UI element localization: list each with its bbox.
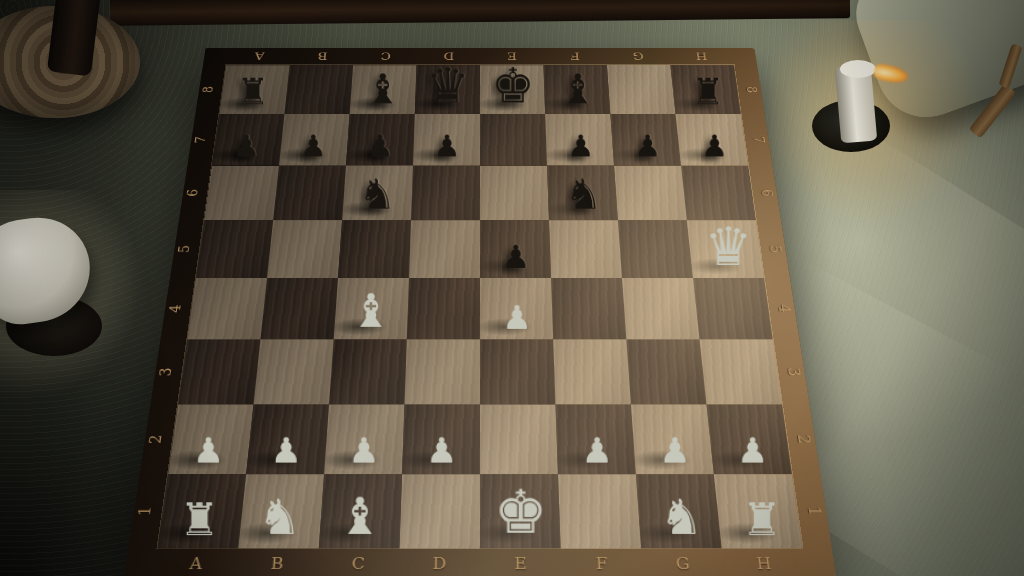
square-h3[interactable] [700, 339, 782, 404]
square-g4[interactable] [622, 278, 700, 339]
square-b8[interactable] [284, 65, 353, 114]
square-f8[interactable]: ♝ [543, 65, 610, 114]
square-a1[interactable]: ♜ [158, 474, 246, 548]
white-pawn-h2[interactable]: ♟ [736, 433, 767, 468]
square-e1[interactable]: ♚ [480, 474, 561, 548]
black-pawn-e5[interactable]: ♟ [501, 241, 530, 273]
square-h7[interactable]: ♟ [676, 114, 749, 166]
file-label-bottom-G: G [675, 554, 690, 574]
black-pawn-f7[interactable]: ♟ [567, 131, 594, 161]
white-pawn-f2[interactable]: ♟ [581, 433, 612, 468]
square-d4[interactable] [407, 278, 480, 339]
black-pawn-c7[interactable]: ♟ [366, 131, 393, 161]
white-bishop-c4[interactable]: ♝ [350, 288, 391, 334]
rank-label-left-7: 7 [192, 136, 210, 143]
square-g3[interactable] [626, 339, 706, 404]
rank-label-right-4: 4 [775, 304, 795, 312]
board-grid: ♜♝♛♚♝♜♟♟♟♟♟♟♟♞♞♟♛♝♟♟♟♟♟♟♟♟♜♞♝♚♞♜ [158, 65, 803, 548]
square-h1[interactable]: ♜ [714, 474, 802, 548]
rank-label-right-2: 2 [794, 434, 815, 443]
square-h4[interactable] [693, 278, 773, 339]
white-bishop-c1[interactable]: ♝ [337, 491, 383, 542]
square-a6[interactable] [204, 166, 279, 221]
square-d3[interactable] [405, 339, 480, 404]
black-knight-f6[interactable]: ♞ [564, 174, 601, 216]
file-label-bottom-F: F [595, 554, 608, 574]
square-c6[interactable]: ♞ [342, 166, 413, 221]
white-king-e1[interactable]: ♚ [493, 482, 547, 542]
square-b2[interactable]: ♟ [246, 405, 329, 475]
white-rook-h1[interactable]: ♜ [741, 497, 782, 542]
square-d8[interactable]: ♛ [415, 65, 480, 114]
square-g7[interactable]: ♟ [610, 114, 681, 166]
white-knight-b1[interactable]: ♞ [257, 493, 301, 542]
rank-label-left-4: 4 [165, 304, 185, 312]
square-e6[interactable] [480, 166, 549, 221]
white-pawn-g2[interactable]: ♟ [659, 433, 690, 468]
rank-label-left-2: 2 [145, 434, 166, 443]
square-g8[interactable] [607, 65, 676, 114]
square-d6[interactable] [411, 166, 480, 221]
white-queen-h5[interactable]: ♛ [704, 220, 751, 273]
black-pawn-d7[interactable]: ♟ [433, 131, 460, 161]
bench-edge [110, 0, 850, 26]
rank-label-right-5: 5 [766, 245, 785, 253]
black-queen-d8[interactable]: ♛ [426, 61, 470, 110]
square-d1[interactable] [399, 474, 480, 548]
rank-label-left-8: 8 [199, 86, 216, 93]
square-h6[interactable] [681, 166, 756, 221]
square-a4[interactable] [187, 278, 267, 339]
square-f3[interactable] [553, 339, 631, 404]
square-a2[interactable]: ♟ [168, 405, 253, 475]
square-e3[interactable] [480, 339, 555, 404]
white-rook-a1[interactable]: ♜ [178, 497, 219, 542]
file-label-bottom-H: H [755, 554, 772, 574]
chessboard-frame: ♜♝♛♚♝♜♟♟♟♟♟♟♟♞♞♟♛♝♟♟♟♟♟♟♟♟♜♞♝♚♞♜ AABBCCD… [124, 48, 837, 576]
rank-label-right-8: 8 [743, 86, 760, 93]
rank-label-right-3: 3 [784, 367, 804, 376]
square-e2[interactable] [480, 405, 558, 475]
white-pawn-d2[interactable]: ♟ [425, 433, 456, 468]
black-knight-c6[interactable]: ♞ [358, 174, 395, 216]
white-pawn-b2[interactable]: ♟ [270, 433, 301, 468]
square-f6[interactable]: ♞ [547, 166, 618, 221]
rank-label-right-6: 6 [758, 189, 776, 196]
black-pawn-b7[interactable]: ♟ [299, 131, 326, 161]
square-c1[interactable]: ♝ [319, 474, 402, 548]
square-a7[interactable]: ♟ [212, 114, 285, 166]
file-label-top-C: C [380, 50, 391, 62]
file-label-bottom-B: B [270, 554, 284, 574]
square-h8[interactable]: ♜ [670, 65, 740, 114]
square-c5[interactable] [338, 220, 411, 278]
square-f2[interactable]: ♟ [555, 405, 635, 475]
black-bishop-c8[interactable]: ♝ [364, 69, 401, 110]
rank-label-right-1: 1 [804, 506, 826, 516]
square-h5[interactable]: ♛ [687, 220, 764, 278]
square-c4[interactable]: ♝ [334, 278, 409, 339]
square-b7[interactable]: ♟ [279, 114, 350, 166]
file-label-bottom-C: C [351, 554, 365, 574]
black-bishop-f8[interactable]: ♝ [559, 69, 596, 110]
square-b3[interactable] [254, 339, 334, 404]
square-b1[interactable]: ♞ [238, 474, 324, 548]
square-a5[interactable] [196, 220, 273, 278]
square-a8[interactable]: ♜ [219, 65, 289, 114]
black-pawn-h7[interactable]: ♟ [700, 131, 727, 161]
square-c7[interactable]: ♟ [346, 114, 415, 166]
square-e4[interactable]: ♟ [480, 278, 553, 339]
file-label-bottom-A: A [189, 554, 204, 574]
square-d2[interactable]: ♟ [402, 405, 480, 475]
black-pawn-a7[interactable]: ♟ [233, 131, 260, 161]
square-c8[interactable]: ♝ [350, 65, 417, 114]
white-knight-g1[interactable]: ♞ [659, 493, 703, 542]
square-g1[interactable]: ♞ [636, 474, 722, 548]
file-label-bottom-D: D [432, 554, 446, 574]
square-c3[interactable] [329, 339, 407, 404]
file-label-top-H: H [694, 50, 707, 62]
square-h2[interactable]: ♟ [706, 405, 791, 475]
candle-top [840, 60, 876, 78]
square-f5[interactable] [549, 220, 622, 278]
square-b5[interactable] [267, 220, 342, 278]
black-rook-a8[interactable]: ♜ [236, 73, 269, 110]
square-e8[interactable]: ♚ [480, 65, 545, 114]
square-g6[interactable] [614, 166, 687, 221]
square-e5[interactable]: ♟ [480, 220, 551, 278]
black-king-e8[interactable]: ♚ [491, 61, 535, 110]
file-label-top-B: B [317, 50, 328, 62]
rank-label-left-3: 3 [156, 367, 176, 376]
square-d5[interactable] [409, 220, 480, 278]
square-g5[interactable] [618, 220, 693, 278]
black-pawn-g7[interactable]: ♟ [634, 131, 661, 161]
square-e7[interactable] [480, 114, 547, 166]
file-label-top-A: A [254, 50, 265, 62]
square-b4[interactable] [260, 278, 338, 339]
square-g2[interactable]: ♟ [631, 405, 714, 475]
chessboard-3d: ♜♝♛♚♝♜♟♟♟♟♟♟♟♞♞♟♛♝♟♟♟♟♟♟♟♟♜♞♝♚♞♜ AABBCCD… [124, 48, 837, 576]
file-label-bottom-E: E [514, 554, 527, 574]
rank-label-left-5: 5 [175, 245, 194, 253]
white-pawn-c2[interactable]: ♟ [348, 433, 379, 468]
black-rook-h8[interactable]: ♜ [691, 73, 724, 110]
rank-label-left-6: 6 [183, 189, 201, 196]
square-b6[interactable] [273, 166, 346, 221]
square-f7[interactable]: ♟ [545, 114, 614, 166]
file-label-top-F: F [570, 50, 580, 62]
white-pawn-e4[interactable]: ♟ [502, 301, 531, 334]
square-f4[interactable] [551, 278, 626, 339]
room-scene: ♜♝♛♚♝♜♟♟♟♟♟♟♟♞♞♟♛♝♟♟♟♟♟♟♟♟♜♞♝♚♞♜ AABBCCD… [0, 0, 1024, 576]
rank-label-left-1: 1 [134, 506, 156, 516]
square-f1[interactable] [558, 474, 641, 548]
square-c2[interactable]: ♟ [324, 405, 404, 475]
rank-label-right-7: 7 [751, 136, 769, 143]
square-d7[interactable]: ♟ [413, 114, 480, 166]
file-label-top-G: G [632, 50, 644, 62]
square-a3[interactable] [178, 339, 260, 404]
white-pawn-a2[interactable]: ♟ [192, 433, 223, 468]
